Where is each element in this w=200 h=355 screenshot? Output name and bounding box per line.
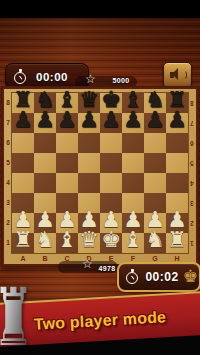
- square-f7[interactable]: ♟: [122, 113, 144, 133]
- square-h7[interactable]: ♟: [166, 113, 188, 133]
- black-score-value: 5000: [108, 77, 134, 85]
- square-a6[interactable]: [12, 133, 34, 153]
- square-a5[interactable]: [12, 153, 34, 173]
- white-timer-panel: 00:02 ♚: [117, 262, 200, 292]
- chess-board: 87654321 87654321 ♜♞♝♛♚♝♞♜♟♟♟♟♟♟♟♟♟♟♟♟♟♟…: [1, 86, 199, 267]
- square-f4[interactable]: [122, 173, 144, 193]
- square-d1[interactable]: ♛: [78, 233, 100, 253]
- black-pawn[interactable]: ♟: [122, 110, 144, 130]
- black-pawn[interactable]: ♟: [144, 110, 166, 130]
- square-h4[interactable]: [166, 173, 188, 193]
- white-rook[interactable]: ♜: [12, 230, 34, 250]
- black-pawn[interactable]: ♟: [12, 110, 34, 130]
- white-bishop[interactable]: ♝: [122, 230, 144, 250]
- square-e1[interactable]: ♚: [100, 233, 122, 253]
- square-d4[interactable]: [78, 173, 100, 193]
- black-pawn[interactable]: ♟: [34, 110, 56, 130]
- square-g4[interactable]: [144, 173, 166, 193]
- square-b7[interactable]: ♟: [34, 113, 56, 133]
- black-pawn[interactable]: ♟: [78, 110, 100, 130]
- square-b1[interactable]: ♞: [34, 233, 56, 253]
- square-e7[interactable]: ♟: [100, 113, 122, 133]
- rook-icon: ♜: [0, 277, 34, 355]
- white-rook[interactable]: ♜: [166, 230, 188, 250]
- king-icon: ♚: [183, 266, 198, 286]
- white-knight[interactable]: ♞: [34, 230, 56, 250]
- square-g7[interactable]: ♟: [144, 113, 166, 133]
- white-king[interactable]: ♚: [100, 230, 122, 250]
- square-c5[interactable]: [56, 153, 78, 173]
- square-e5[interactable]: [100, 153, 122, 173]
- star-icon: ☆: [85, 73, 96, 85]
- square-f1[interactable]: ♝: [122, 233, 144, 253]
- rank-labels-left: 87654321: [4, 93, 12, 253]
- square-h6[interactable]: [166, 133, 188, 153]
- square-b4[interactable]: [34, 173, 56, 193]
- star-icon: ☆: [82, 258, 93, 270]
- white-knight[interactable]: ♞: [144, 230, 166, 250]
- square-g6[interactable]: [144, 133, 166, 153]
- square-h1[interactable]: ♜: [166, 233, 188, 253]
- square-c1[interactable]: ♝: [56, 233, 78, 253]
- square-a1[interactable]: ♜: [12, 233, 34, 253]
- square-c7[interactable]: ♟: [56, 113, 78, 133]
- stopwatch-icon: [13, 69, 27, 84]
- square-h5[interactable]: [166, 153, 188, 173]
- black-pawn[interactable]: ♟: [166, 110, 188, 130]
- square-g1[interactable]: ♞: [144, 233, 166, 253]
- square-a7[interactable]: ♟: [12, 113, 34, 133]
- square-d7[interactable]: ♟: [78, 113, 100, 133]
- board-coordinate-strip: 87654321 87654321 ♜♞♝♛♚♝♞♜♟♟♟♟♟♟♟♟♟♟♟♟♟♟…: [4, 89, 196, 264]
- stopwatch-icon: [125, 269, 139, 284]
- square-a4[interactable]: [12, 173, 34, 193]
- black-pawn[interactable]: ♟: [100, 110, 122, 130]
- square-e6[interactable]: [100, 133, 122, 153]
- rank-labels-right: 87654321: [188, 93, 196, 253]
- square-e4[interactable]: [100, 173, 122, 193]
- white-queen[interactable]: ♛: [78, 230, 100, 250]
- white-timer-value: 00:02: [141, 264, 183, 290]
- square-b6[interactable]: [34, 133, 56, 153]
- black-pawn[interactable]: ♟: [56, 110, 78, 130]
- square-d6[interactable]: [78, 133, 100, 153]
- white-bishop[interactable]: ♝: [56, 230, 78, 250]
- square-g5[interactable]: [144, 153, 166, 173]
- square-c6[interactable]: [56, 133, 78, 153]
- square-f6[interactable]: [122, 133, 144, 153]
- sound-button[interactable]: [163, 62, 192, 89]
- square-f5[interactable]: [122, 153, 144, 173]
- square-c4[interactable]: [56, 173, 78, 193]
- square-d5[interactable]: [78, 153, 100, 173]
- board-squares: ♜♞♝♛♚♝♞♜♟♟♟♟♟♟♟♟♟♟♟♟♟♟♟♟♜♞♝♛♚♝♞♜: [12, 93, 188, 253]
- square-b5[interactable]: [34, 153, 56, 173]
